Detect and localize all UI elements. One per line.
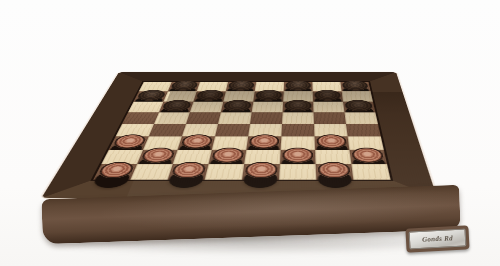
red-piece bbox=[170, 162, 207, 178]
square-h6 bbox=[343, 102, 375, 113]
dark-piece bbox=[227, 80, 255, 90]
square-f8 bbox=[284, 82, 313, 92]
square-g7 bbox=[313, 91, 343, 101]
square-f4 bbox=[281, 124, 314, 136]
square-e3 bbox=[246, 136, 281, 149]
dark-piece bbox=[170, 80, 200, 90]
playing-area bbox=[93, 82, 390, 180]
square-c1 bbox=[168, 164, 209, 180]
square-g5 bbox=[314, 112, 346, 124]
square-c3 bbox=[177, 136, 215, 149]
square-b1 bbox=[130, 164, 172, 180]
square-c5 bbox=[186, 112, 221, 124]
square-f2 bbox=[280, 150, 316, 164]
square-e5 bbox=[250, 112, 283, 124]
dark-piece bbox=[314, 90, 342, 101]
square-d4 bbox=[215, 124, 250, 136]
checkers-board bbox=[41, 72, 437, 198]
square-f1 bbox=[279, 164, 316, 180]
square-h2 bbox=[349, 150, 387, 164]
red-piece bbox=[96, 162, 137, 178]
nameplate-metal-inlay: Gonds Rd bbox=[409, 229, 467, 250]
nameplate-label: Gonds Rd bbox=[422, 234, 453, 244]
red-piece bbox=[248, 134, 280, 148]
red-piece bbox=[316, 134, 348, 148]
square-e7 bbox=[253, 91, 283, 101]
red-piece bbox=[282, 148, 314, 163]
square-b4 bbox=[149, 124, 186, 136]
square-c7 bbox=[193, 91, 225, 101]
square-f6 bbox=[283, 102, 314, 113]
square-h5 bbox=[344, 112, 378, 124]
square-b2 bbox=[137, 150, 177, 164]
square-f5 bbox=[282, 112, 314, 124]
dark-piece bbox=[255, 90, 283, 101]
square-a6 bbox=[128, 102, 164, 113]
dark-piece bbox=[344, 100, 374, 111]
square-d1 bbox=[205, 164, 244, 180]
red-piece bbox=[210, 148, 245, 163]
square-h4 bbox=[346, 124, 381, 136]
dark-piece bbox=[285, 80, 311, 90]
square-c6 bbox=[190, 102, 223, 113]
dark-piece bbox=[195, 90, 225, 101]
square-b6 bbox=[159, 102, 194, 113]
square-g6 bbox=[313, 102, 344, 113]
square-b5 bbox=[154, 112, 190, 124]
square-h1 bbox=[351, 164, 390, 180]
dark-piece bbox=[135, 90, 167, 101]
red-piece bbox=[111, 134, 148, 148]
square-a7 bbox=[134, 91, 168, 101]
square-d6 bbox=[221, 102, 253, 113]
product-photo-scene: Gonds Rd bbox=[0, 0, 500, 266]
square-d8 bbox=[226, 82, 256, 92]
dark-piece bbox=[222, 100, 252, 111]
square-e1 bbox=[242, 164, 280, 180]
red-piece bbox=[317, 162, 351, 178]
red-piece bbox=[351, 148, 385, 163]
square-e6 bbox=[252, 102, 283, 113]
square-g3 bbox=[315, 136, 350, 149]
dark-piece bbox=[161, 100, 193, 111]
red-piece bbox=[244, 162, 278, 178]
dark-piece bbox=[284, 100, 312, 111]
dark-piece bbox=[342, 80, 370, 90]
red-piece bbox=[180, 134, 214, 148]
red-piece bbox=[139, 148, 176, 163]
brand-nameplate: Gonds Rd bbox=[405, 225, 469, 252]
square-g1 bbox=[316, 164, 354, 180]
square-b8 bbox=[168, 82, 200, 92]
square-h8 bbox=[340, 82, 370, 92]
square-d2 bbox=[208, 150, 246, 164]
square-d5 bbox=[218, 112, 252, 124]
